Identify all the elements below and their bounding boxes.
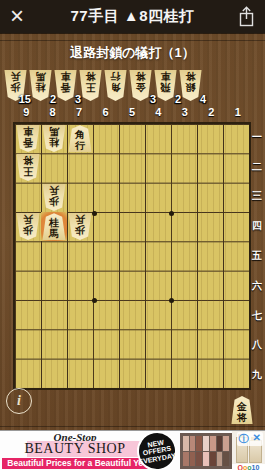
problem-title: 退路封鎖の犠打（1） (0, 44, 265, 62)
ad-controls: ⓘ ✕ (237, 432, 263, 446)
hand-piece-knight[interactable]: 桂馬 2 (29, 70, 52, 101)
close-icon[interactable]: × (10, 1, 24, 31)
hand-piece-rook[interactable]: 飛車 2 (154, 70, 177, 101)
ad-banner[interactable]: One-Stop BEAUTY SHOP Beautiful Prices fo… (0, 430, 265, 470)
square-9a-lance-gote[interactable]: 香車 (15, 124, 41, 153)
wood-seam (0, 40, 265, 41)
star-point (92, 298, 97, 303)
ad-text-block: One-Stop BEAUTY SHOP Beautiful Prices fo… (0, 431, 150, 470)
piece-count: 3 (150, 93, 156, 105)
square-8c-pawn-gote[interactable]: 歩兵 (41, 183, 67, 212)
hand-piece-gold[interactable]: 金将 3 (129, 70, 152, 101)
hand-piece-silver[interactable]: 銀将 4 (179, 70, 202, 101)
ad-headline-large: BEAUTY SHOP (0, 441, 150, 457)
square-7a-bishop-sente[interactable]: 角行 (67, 124, 93, 153)
rank-labels: 一二 三四 五六 七八 九 (252, 122, 262, 390)
ad-brand-logo: Qoo10 (232, 464, 265, 470)
star-point (169, 211, 174, 216)
piece-count: 4 (200, 93, 206, 105)
hand-piece-gold-sente[interactable]: 金将 (231, 396, 253, 424)
square-9b-king-gote[interactable]: 王将 (15, 153, 41, 182)
ad-close-icon[interactable]: ✕ (253, 432, 261, 446)
move-title: 77手目 ▲8四桂打 (70, 7, 194, 26)
sente-hand-tray: 金将 (231, 396, 253, 424)
top-bar: × 77手目 ▲8四桂打 (0, 0, 265, 33)
ad-tagline: Beautiful Prices for a Beautiful You (2, 458, 154, 469)
wood-seam (0, 426, 265, 427)
square-7d-pawn-gote[interactable]: 歩兵 (67, 212, 93, 241)
piece-count: 2 (175, 93, 181, 105)
piece-count: 3 (75, 93, 81, 105)
ad-info-icon[interactable]: ⓘ (239, 432, 249, 446)
piece-count: 2 (50, 93, 56, 105)
gote-hand-tray: 歩兵 15 桂馬 2 香車 3 王将 角行 金将 3 飛車 2 銀将 4 (4, 70, 202, 101)
info-button[interactable]: i (6, 388, 32, 414)
piece-count: 15 (19, 93, 31, 105)
star-point (169, 298, 174, 303)
shogi-app-screen: × 77手目 ▲8四桂打 退路封鎖の犠打（1） 歩兵 15 桂馬 2 香車 3 … (0, 0, 265, 470)
square-9d-pawn-gote[interactable]: 歩兵 (15, 212, 41, 241)
square-8a-knight-gote[interactable]: 桂馬 (41, 124, 67, 153)
square-8d-knight-sente-lastmove[interactable]: 桂馬 (41, 212, 67, 241)
share-icon[interactable] (238, 6, 255, 31)
hand-piece-pawn[interactable]: 歩兵 15 (4, 70, 27, 101)
file-labels: 98 76 54 32 1 (13, 106, 251, 118)
hand-piece-bishop[interactable]: 角行 (104, 70, 127, 101)
shogi-board[interactable]: 香車 桂馬 角行 王将 歩兵 歩兵 桂馬 歩兵 (13, 122, 251, 390)
hand-piece-lance[interactable]: 香車 3 (54, 70, 77, 101)
hand-piece-king[interactable]: 王将 (79, 70, 102, 101)
ad-eyeshadow-palette-image (180, 433, 232, 469)
star-point (92, 211, 97, 216)
